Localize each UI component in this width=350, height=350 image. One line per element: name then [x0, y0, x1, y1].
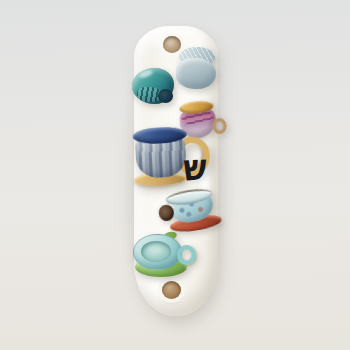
- bottom-mounting-hole: [162, 281, 181, 299]
- photo-stage: ש: [0, 0, 350, 350]
- hebrew-letter-shin: ש: [182, 147, 208, 190]
- grey-blue-cup-body: [176, 58, 216, 89]
- teal-cup: [131, 66, 176, 108]
- aqua-loop-handle: [177, 245, 196, 265]
- aqua-bowl-on-green-saucer: [133, 232, 191, 280]
- teal-cup-base: [158, 89, 173, 103]
- aqua-bowl-interior: [141, 241, 171, 262]
- grey-blue-cup: [176, 47, 218, 90]
